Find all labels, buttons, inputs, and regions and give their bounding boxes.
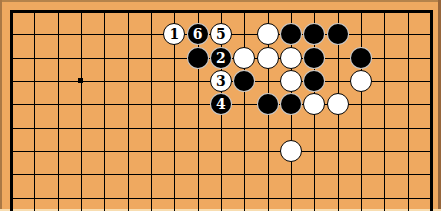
stone-white[interactable] bbox=[257, 47, 279, 69]
stone-black[interactable] bbox=[233, 70, 255, 92]
stone-white[interactable] bbox=[280, 47, 302, 69]
stone-black-move-6[interactable]: 6 bbox=[187, 23, 209, 45]
stone-white[interactable] bbox=[303, 93, 325, 115]
star-point bbox=[78, 78, 83, 83]
stone-black-move-2[interactable]: 2 bbox=[210, 47, 232, 69]
stone-white[interactable] bbox=[280, 140, 302, 162]
stone-black-move-4[interactable]: 4 bbox=[210, 93, 232, 115]
stone-white[interactable] bbox=[233, 47, 255, 69]
stone-black[interactable] bbox=[187, 47, 209, 69]
stone-black[interactable] bbox=[350, 47, 372, 69]
stone-black[interactable] bbox=[303, 23, 325, 45]
stone-black[interactable] bbox=[280, 93, 302, 115]
stone-black[interactable] bbox=[303, 47, 325, 69]
stone-black[interactable] bbox=[303, 70, 325, 92]
stone-white[interactable] bbox=[257, 23, 279, 45]
stone-white-move-3[interactable]: 3 bbox=[210, 70, 232, 92]
go-board-diagram: 165234 bbox=[0, 0, 441, 211]
stones-layer: 165234 bbox=[0, 0, 441, 209]
stone-white[interactable] bbox=[350, 70, 372, 92]
stone-white[interactable] bbox=[327, 93, 349, 115]
stone-black[interactable] bbox=[327, 23, 349, 45]
stone-black[interactable] bbox=[280, 23, 302, 45]
stone-white-move-1[interactable]: 1 bbox=[163, 23, 185, 45]
stone-white[interactable] bbox=[280, 70, 302, 92]
stone-black[interactable] bbox=[257, 93, 279, 115]
stone-white-move-5[interactable]: 5 bbox=[210, 23, 232, 45]
